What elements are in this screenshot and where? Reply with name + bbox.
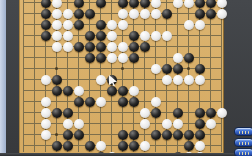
- stone-white[interactable]: [129, 9, 139, 19]
- stone-black[interactable]: [173, 64, 183, 74]
- stone-black[interactable]: [206, 9, 216, 19]
- stone-black[interactable]: [162, 9, 172, 19]
- stone-black[interactable]: [85, 53, 95, 63]
- stone-white[interactable]: [129, 86, 139, 96]
- stone-black[interactable]: [85, 141, 95, 151]
- stone-black[interactable]: [173, 108, 183, 118]
- stone-white[interactable]: [63, 42, 73, 52]
- stone-black[interactable]: [195, 9, 205, 19]
- stone-white[interactable]: [41, 97, 51, 107]
- stone-black[interactable]: [173, 130, 183, 140]
- stone-black[interactable]: [41, 20, 51, 30]
- grid-line-v: [221, 0, 222, 152]
- stone-white[interactable]: [217, 0, 227, 8]
- stone-white[interactable]: [195, 141, 205, 151]
- stone-black[interactable]: [52, 141, 62, 151]
- stone-white[interactable]: [162, 31, 172, 41]
- stone-black[interactable]: [74, 20, 84, 30]
- stone-white[interactable]: [206, 119, 216, 129]
- stone-black[interactable]: [140, 42, 150, 52]
- stone-white[interactable]: [173, 0, 183, 8]
- stone-black[interactable]: [162, 64, 172, 74]
- stone-white[interactable]: [217, 9, 227, 19]
- stone-white[interactable]: [173, 53, 183, 63]
- stone-black[interactable]: [184, 141, 194, 151]
- stone-white[interactable]: [217, 108, 227, 118]
- stone-white[interactable]: [41, 119, 51, 129]
- stone-black[interactable]: [129, 31, 139, 41]
- stone-white[interactable]: [162, 119, 172, 129]
- stone-black[interactable]: [118, 97, 128, 107]
- stone-white[interactable]: [118, 42, 128, 52]
- stone-black[interactable]: [96, 53, 106, 63]
- stone-white[interactable]: [41, 108, 51, 118]
- stone-black[interactable]: [184, 130, 194, 140]
- stone-white[interactable]: [107, 31, 117, 41]
- grid-line-v: [23, 0, 24, 152]
- stone-white[interactable]: [63, 31, 73, 41]
- stone-black[interactable]: [129, 130, 139, 140]
- stone-black[interactable]: [63, 86, 73, 96]
- go-client-window: [0, 0, 252, 156]
- stone-white[interactable]: [107, 42, 117, 52]
- stone-white[interactable]: [52, 31, 62, 41]
- stone-white[interactable]: [162, 75, 172, 85]
- stone-white[interactable]: [118, 20, 128, 30]
- stone-white[interactable]: [151, 9, 161, 19]
- stone-black[interactable]: [52, 75, 62, 85]
- stone-black[interactable]: [85, 97, 95, 107]
- stone-black[interactable]: [63, 108, 73, 118]
- stone-black[interactable]: [41, 31, 51, 41]
- stone-black[interactable]: [52, 86, 62, 96]
- stone-white[interactable]: [96, 75, 106, 85]
- stone-black[interactable]: [96, 0, 106, 8]
- stone-black[interactable]: [118, 0, 128, 8]
- stone-black[interactable]: [118, 130, 128, 140]
- stone-black[interactable]: [195, 130, 205, 140]
- star-point: [55, 133, 58, 136]
- stone-black[interactable]: [129, 42, 139, 52]
- grid-line-v: [34, 0, 35, 152]
- stone-white[interactable]: [151, 64, 161, 74]
- stone-black[interactable]: [118, 141, 128, 151]
- stone-black[interactable]: [96, 31, 106, 41]
- stone-black[interactable]: [195, 119, 205, 129]
- stone-black[interactable]: [140, 0, 150, 8]
- stone-black[interactable]: [74, 130, 84, 140]
- stone-white[interactable]: [140, 141, 150, 151]
- stone-white[interactable]: [52, 9, 62, 19]
- stone-white[interactable]: [118, 9, 128, 19]
- stone-black[interactable]: [206, 108, 216, 118]
- stone-white[interactable]: [63, 119, 73, 129]
- stone-white[interactable]: [41, 75, 51, 85]
- stone-black[interactable]: [74, 42, 84, 52]
- stone-black[interactable]: [96, 20, 106, 30]
- stone-black[interactable]: [206, 0, 216, 8]
- stone-white[interactable]: [151, 31, 161, 41]
- star-point: [55, 67, 58, 70]
- grid-line-v: [144, 0, 145, 152]
- button-glyphs: [239, 142, 249, 145]
- stone-black[interactable]: [85, 9, 95, 19]
- stone-white[interactable]: [184, 0, 194, 8]
- stone-black[interactable]: [41, 0, 51, 8]
- grid-line-h: [23, 123, 222, 124]
- stone-white[interactable]: [52, 0, 62, 8]
- panel-button-1[interactable]: [234, 127, 252, 136]
- stone-black[interactable]: [195, 108, 205, 118]
- stone-black[interactable]: [74, 9, 84, 19]
- window-gutter: [0, 0, 6, 156]
- stone-white[interactable]: [140, 9, 150, 19]
- stone-black[interactable]: [129, 53, 139, 63]
- stone-white[interactable]: [151, 97, 161, 107]
- stone-white[interactable]: [151, 0, 161, 8]
- stone-white[interactable]: [173, 119, 183, 129]
- stone-black[interactable]: [129, 0, 139, 8]
- stone-white[interactable]: [173, 75, 183, 85]
- stone-white[interactable]: [74, 119, 84, 129]
- button-glyphs: [239, 131, 249, 134]
- stone-black[interactable]: [129, 97, 139, 107]
- stone-white[interactable]: [41, 130, 51, 140]
- stone-black[interactable]: [151, 130, 161, 140]
- stone-white[interactable]: [74, 86, 84, 96]
- stone-white[interactable]: [52, 42, 62, 52]
- grid-line-v: [210, 0, 211, 152]
- stone-black[interactable]: [74, 0, 84, 8]
- go-board[interactable]: [19, 0, 224, 153]
- stone-black[interactable]: [63, 130, 73, 140]
- stone-white[interactable]: [140, 108, 150, 118]
- stone-white[interactable]: [52, 20, 62, 30]
- stone-black[interactable]: [195, 0, 205, 8]
- stone-white[interactable]: [140, 119, 150, 129]
- stone-black[interactable]: [52, 108, 62, 118]
- stone-white[interactable]: [107, 20, 117, 30]
- stone-black[interactable]: [184, 53, 194, 63]
- stone-black[interactable]: [63, 141, 73, 151]
- stone-black[interactable]: [129, 141, 139, 151]
- stone-black[interactable]: [96, 42, 106, 52]
- grid-line-v: [89, 0, 90, 152]
- button-glyphs: [239, 152, 249, 155]
- star-point: [187, 67, 190, 70]
- stone-white[interactable]: [63, 20, 73, 30]
- stone-white[interactable]: [118, 53, 128, 63]
- stone-black[interactable]: [118, 86, 128, 96]
- star-point: [121, 67, 124, 70]
- stone-black[interactable]: [41, 9, 51, 19]
- stone-white[interactable]: [96, 141, 106, 151]
- stone-white[interactable]: [184, 20, 194, 30]
- stone-black[interactable]: [195, 64, 205, 74]
- stone-white[interactable]: [63, 9, 73, 19]
- stone-black[interactable]: [85, 42, 95, 52]
- stone-black[interactable]: [162, 130, 172, 140]
- panel-button-2[interactable]: [234, 138, 252, 147]
- stone-black[interactable]: [85, 31, 95, 41]
- stone-white[interactable]: [195, 75, 205, 85]
- stone-white[interactable]: [195, 20, 205, 30]
- bottom-strip: [0, 153, 252, 156]
- stone-white[interactable]: [184, 75, 194, 85]
- stone-white[interactable]: [96, 97, 106, 107]
- stone-white[interactable]: [107, 53, 117, 63]
- panel-button-3[interactable]: [234, 148, 252, 156]
- stone-black[interactable]: [74, 97, 84, 107]
- stone-black[interactable]: [151, 108, 161, 118]
- stone-black[interactable]: [107, 86, 117, 96]
- stone-white[interactable]: [140, 31, 150, 41]
